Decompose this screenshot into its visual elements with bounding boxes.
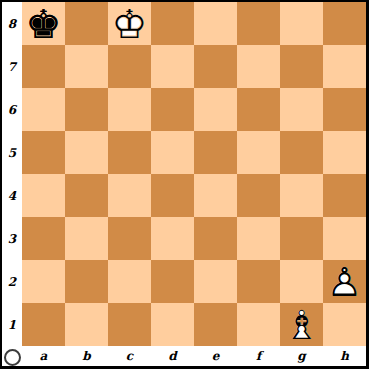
square-d6[interactable] [151, 88, 194, 131]
square-e6[interactable] [194, 88, 237, 131]
square-d5[interactable] [151, 131, 194, 174]
square-f2[interactable] [237, 260, 280, 303]
rank-label-6: 6 [2, 88, 22, 131]
square-c6[interactable] [108, 88, 151, 131]
square-d2[interactable] [151, 260, 194, 303]
chess-board: ♚♚♚♔♟♙♝♗ [22, 2, 366, 346]
square-f8[interactable] [237, 2, 280, 45]
square-a4[interactable] [22, 174, 65, 217]
rank-label-2: 2 [2, 260, 22, 303]
square-d3[interactable] [151, 217, 194, 260]
square-e3[interactable] [194, 217, 237, 260]
rank-label-7: 7 [2, 45, 22, 88]
square-g3[interactable] [280, 217, 323, 260]
rank-label-1: 1 [2, 303, 22, 346]
square-c5[interactable] [108, 131, 151, 174]
square-h5[interactable] [323, 131, 366, 174]
square-f6[interactable] [237, 88, 280, 131]
black-king-glyph-fill: ♚ [22, 2, 65, 45]
square-d7[interactable] [151, 45, 194, 88]
square-g4[interactable] [280, 174, 323, 217]
square-f4[interactable] [237, 174, 280, 217]
piece-white-bishop: ♝♗ [280, 303, 323, 346]
square-d8[interactable] [151, 2, 194, 45]
square-h3[interactable] [323, 217, 366, 260]
square-b5[interactable] [65, 131, 108, 174]
square-a8[interactable]: ♚♚ [22, 2, 65, 45]
square-h6[interactable] [323, 88, 366, 131]
square-a5[interactable] [22, 131, 65, 174]
square-e2[interactable] [194, 260, 237, 303]
square-b1[interactable] [65, 303, 108, 346]
piece-white-pawn: ♟♙ [323, 260, 366, 303]
square-g1[interactable]: ♝♗ [280, 303, 323, 346]
white-king-glyph-fill: ♚ [108, 2, 151, 45]
rank-label-3: 3 [2, 217, 22, 260]
square-h1[interactable] [323, 303, 366, 346]
file-label-b: b [65, 346, 108, 366]
square-g5[interactable] [280, 131, 323, 174]
rank-label-4: 4 [2, 174, 22, 217]
square-b7[interactable] [65, 45, 108, 88]
white-king-glyph-outline: ♔ [108, 2, 151, 45]
file-label-e: e [194, 346, 237, 366]
square-d4[interactable] [151, 174, 194, 217]
piece-white-king: ♚♔ [108, 2, 151, 45]
white-to-move-indicator-icon [4, 349, 21, 366]
file-label-f: f [237, 346, 280, 366]
square-e7[interactable] [194, 45, 237, 88]
square-a1[interactable] [22, 303, 65, 346]
square-e8[interactable] [194, 2, 237, 45]
square-g2[interactable] [280, 260, 323, 303]
square-c8[interactable]: ♚♔ [108, 2, 151, 45]
square-f7[interactable] [237, 45, 280, 88]
square-f1[interactable] [237, 303, 280, 346]
square-e4[interactable] [194, 174, 237, 217]
square-a7[interactable] [22, 45, 65, 88]
square-c4[interactable] [108, 174, 151, 217]
square-h7[interactable] [323, 45, 366, 88]
square-b4[interactable] [65, 174, 108, 217]
square-e1[interactable] [194, 303, 237, 346]
white-bishop-glyph-outline: ♗ [280, 303, 323, 346]
black-king-glyph-outline: ♚ [22, 2, 65, 45]
chess-diagram: ♚♚♚♔♟♙♝♗ 87654321 abcdefgh [0, 0, 369, 369]
diagram-inner: ♚♚♚♔♟♙♝♗ 87654321 abcdefgh [2, 2, 366, 366]
file-label-a: a [22, 346, 65, 366]
square-d1[interactable] [151, 303, 194, 346]
piece-black-king: ♚♚ [22, 2, 65, 45]
square-h8[interactable] [323, 2, 366, 45]
white-bishop-glyph-fill: ♝ [280, 303, 323, 346]
square-c2[interactable] [108, 260, 151, 303]
square-h4[interactable] [323, 174, 366, 217]
square-e5[interactable] [194, 131, 237, 174]
square-a2[interactable] [22, 260, 65, 303]
square-c3[interactable] [108, 217, 151, 260]
square-a3[interactable] [22, 217, 65, 260]
square-f5[interactable] [237, 131, 280, 174]
square-g8[interactable] [280, 2, 323, 45]
square-c7[interactable] [108, 45, 151, 88]
square-f3[interactable] [237, 217, 280, 260]
white-pawn-glyph-fill: ♟ [323, 260, 366, 303]
square-b6[interactable] [65, 88, 108, 131]
rank-label-5: 5 [2, 131, 22, 174]
square-b8[interactable] [65, 2, 108, 45]
file-label-c: c [108, 346, 151, 366]
rank-label-8: 8 [2, 2, 22, 45]
square-g7[interactable] [280, 45, 323, 88]
white-pawn-glyph-outline: ♙ [323, 260, 366, 303]
square-h2[interactable]: ♟♙ [323, 260, 366, 303]
file-label-h: h [323, 346, 366, 366]
file-label-g: g [280, 346, 323, 366]
square-c1[interactable] [108, 303, 151, 346]
square-b2[interactable] [65, 260, 108, 303]
file-label-d: d [151, 346, 194, 366]
square-g6[interactable] [280, 88, 323, 131]
square-b3[interactable] [65, 217, 108, 260]
square-a6[interactable] [22, 88, 65, 131]
